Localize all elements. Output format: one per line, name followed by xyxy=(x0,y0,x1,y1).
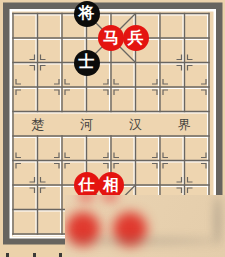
piece-black-advisor[interactable]: 士 xyxy=(74,50,100,76)
piece-black-general[interactable]: 将 xyxy=(74,1,100,27)
xiangqi-screenshot: 楚 河 汉 界 将马兵士仕相 xyxy=(0,0,225,257)
blurred-piece-smear xyxy=(77,195,95,203)
cropped-text-remnant xyxy=(33,253,36,257)
piece-red-horse[interactable]: 马 xyxy=(98,25,124,51)
cropped-text-remnant xyxy=(59,253,62,257)
cropped-text-remnant xyxy=(6,253,9,257)
blurred-region xyxy=(65,195,225,257)
blurred-board-border xyxy=(214,195,221,245)
blurred-board-border xyxy=(65,238,217,244)
piece-red-soldier[interactable]: 兵 xyxy=(123,25,149,51)
blurred-piece-smear xyxy=(101,195,119,203)
